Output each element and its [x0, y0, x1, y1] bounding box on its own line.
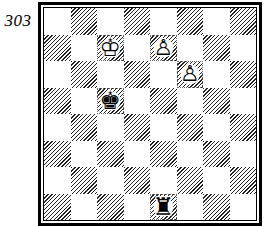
square-d3	[124, 141, 151, 168]
square-g3	[203, 141, 230, 168]
square-c1	[97, 194, 124, 221]
square-d8	[124, 8, 151, 35]
square-c2	[97, 167, 124, 194]
square-f6: ♙	[177, 61, 204, 88]
chess-diagram-page: 303 ♔♙♙♚♜	[0, 0, 264, 226]
square-e6	[150, 61, 177, 88]
puzzle-number: 303	[0, 11, 36, 31]
square-h6	[230, 61, 257, 88]
square-h3	[230, 141, 257, 168]
white-pawn: ♙	[153, 37, 173, 59]
square-e4	[150, 114, 177, 141]
square-h2	[230, 167, 257, 194]
square-a1	[44, 194, 71, 221]
square-e5	[150, 88, 177, 115]
square-h8	[230, 8, 257, 35]
square-f3	[177, 141, 204, 168]
square-g4	[203, 114, 230, 141]
square-f7	[177, 35, 204, 62]
square-d7	[124, 35, 151, 62]
square-a6	[44, 61, 71, 88]
black-king: ♚	[99, 89, 121, 113]
square-c4	[97, 114, 124, 141]
square-c3	[97, 141, 124, 168]
square-b8	[71, 8, 98, 35]
square-e2	[150, 167, 177, 194]
square-d6	[124, 61, 151, 88]
square-a8	[44, 8, 71, 35]
square-f2	[177, 167, 204, 194]
square-c7: ♔	[97, 35, 124, 62]
square-g1	[203, 194, 230, 221]
square-b2	[71, 167, 98, 194]
square-a4	[44, 114, 71, 141]
square-f8	[177, 8, 204, 35]
square-e3	[150, 141, 177, 168]
white-king: ♔	[99, 36, 121, 60]
square-d4	[124, 114, 151, 141]
square-g2	[203, 167, 230, 194]
square-f4	[177, 114, 204, 141]
square-c6	[97, 61, 124, 88]
square-a7	[44, 35, 71, 62]
square-h5	[230, 88, 257, 115]
square-b4	[71, 114, 98, 141]
square-b3	[71, 141, 98, 168]
square-e8	[150, 8, 177, 35]
square-b6	[71, 61, 98, 88]
square-f1	[177, 194, 204, 221]
square-a3	[44, 141, 71, 168]
square-g7	[203, 35, 230, 62]
white-pawn: ♙	[180, 63, 200, 85]
square-a5	[44, 88, 71, 115]
square-e7: ♙	[150, 35, 177, 62]
square-c5: ♚	[97, 88, 124, 115]
square-d2	[124, 167, 151, 194]
chess-board-inner-frame: ♔♙♙♚♜	[43, 7, 257, 221]
square-b1	[71, 194, 98, 221]
square-g6	[203, 61, 230, 88]
square-d1	[124, 194, 151, 221]
square-g8	[203, 8, 230, 35]
chess-board-frame: ♔♙♙♚♜	[38, 2, 262, 226]
square-f5	[177, 88, 204, 115]
square-h1	[230, 194, 257, 221]
square-h4	[230, 114, 257, 141]
square-e1: ♜	[150, 194, 177, 221]
square-c8	[97, 8, 124, 35]
square-g5	[203, 88, 230, 115]
square-d5	[124, 88, 151, 115]
square-h7	[230, 35, 257, 62]
square-a2	[44, 167, 71, 194]
board-grid: ♔♙♙♚♜	[44, 8, 256, 220]
black-rook: ♜	[152, 195, 174, 219]
square-b5	[71, 88, 98, 115]
square-b7	[71, 35, 98, 62]
